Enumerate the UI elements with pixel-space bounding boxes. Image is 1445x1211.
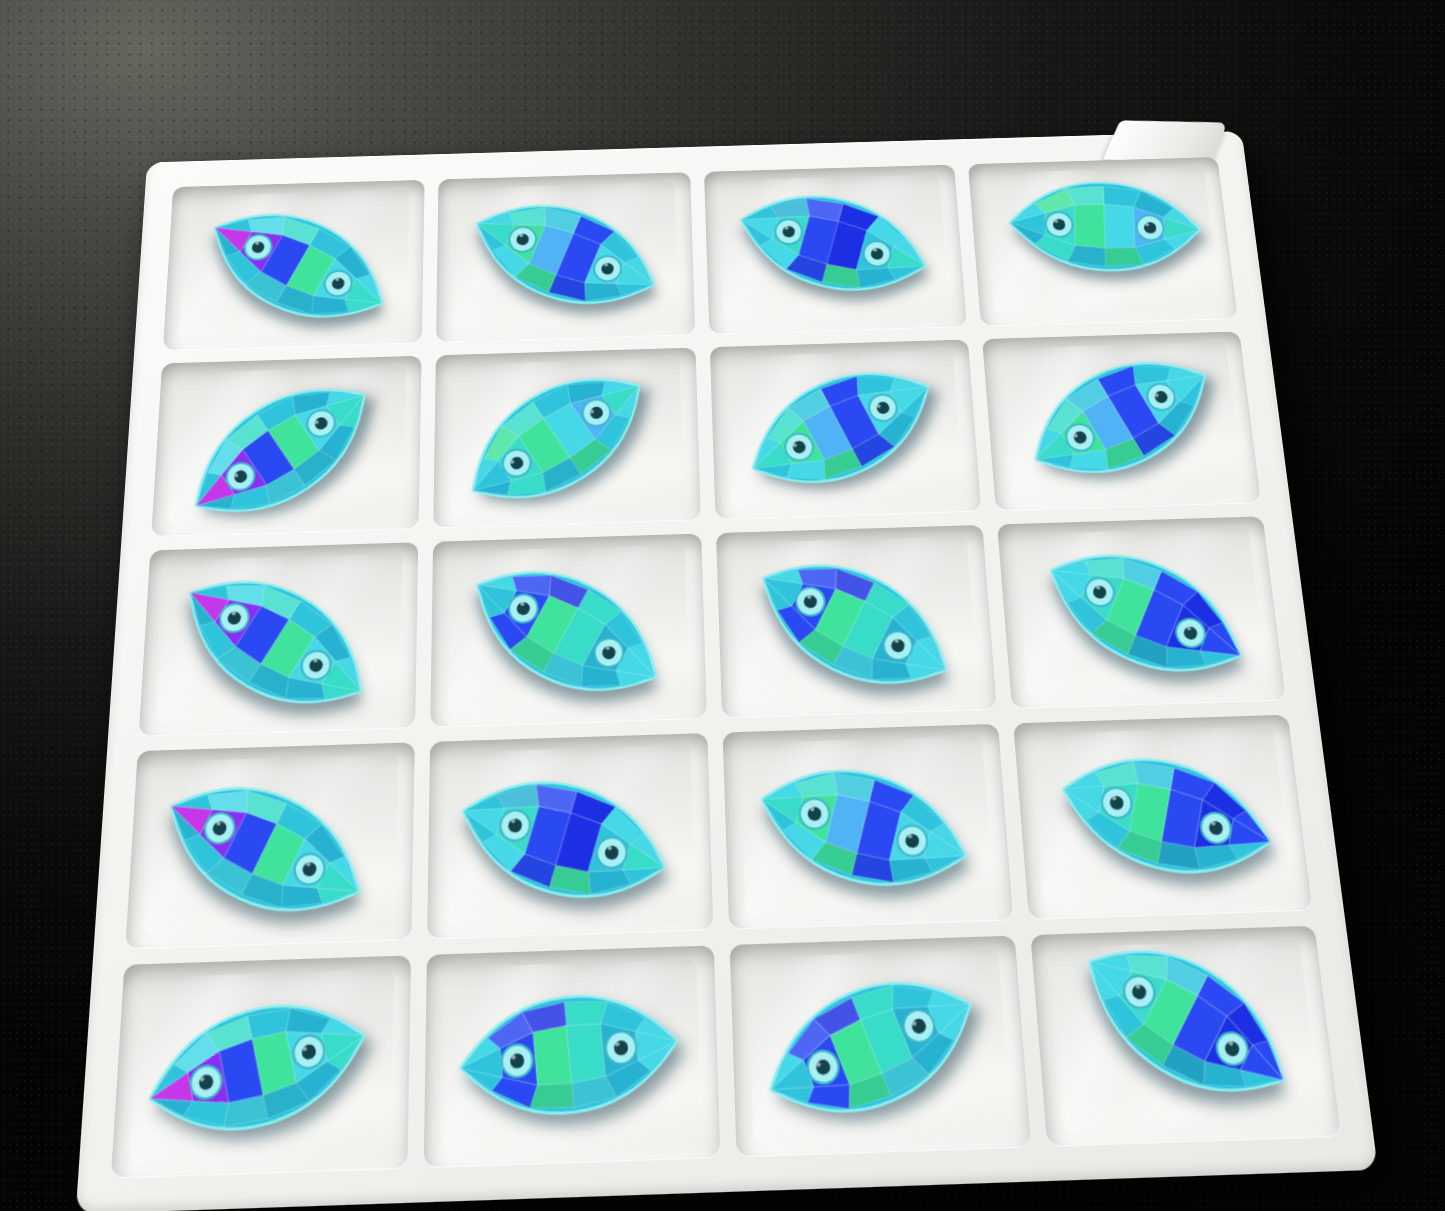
tray-compartment-r2c1 [151,355,422,536]
rhinestone-svg [441,753,684,925]
rhinestone-r4c3 [742,742,982,913]
rhinestone-r2c3 [725,340,956,517]
rhinestone-svg [1026,520,1264,707]
tray-compartment-r5c3 [729,936,1031,1156]
tray-grid [75,131,1377,1211]
tray-compartment-r3c2 [430,533,706,725]
rhinestone-svg [451,978,689,1131]
rhinestone-r1c4 [1005,175,1206,277]
tray-compartment-r1c3 [703,164,966,333]
tray-compartment-r2c4 [981,331,1260,510]
rhinestone-tray [75,131,1377,1211]
rhinestone-r1c2 [453,177,676,331]
tray-compartment-r4c2 [427,732,712,938]
tray-compartment-r4c4 [1012,714,1311,919]
rhinestone-r4c2 [441,753,684,925]
rhinestone-r3c2 [446,535,685,728]
tray-compartment-r5c4 [1030,926,1341,1145]
rhinestone-r5c1 [134,975,381,1162]
tray-compartment-r1c4 [967,157,1237,325]
rhinestone-svg [453,177,676,331]
rhinestone-r4c4 [1048,732,1284,899]
tray-compartment-r1c2 [436,172,694,341]
tray-compartment-r4c3 [722,723,1013,928]
tray-compartment-r3c3 [715,525,996,717]
rhinestone-r2c2 [441,342,672,537]
rhinestone-r5c3 [743,945,998,1150]
rhinestone-r5c4 [1058,907,1313,1137]
tray-compartment-r5c2 [424,945,720,1166]
rhinestone-r3c1 [155,543,394,742]
rhinestone-r1c3 [723,173,941,313]
tray-compartment-r2c2 [433,347,700,527]
rhinestone-svg [139,751,387,948]
rhinestone-svg [185,183,410,349]
rhinestone-svg [725,340,956,517]
rhinestone-r2c1 [164,352,396,551]
rhinestone-svg [164,352,396,551]
rhinestone-svg [155,543,394,742]
rhinestone-svg [743,945,998,1150]
tray-compartment-r3c4 [996,516,1285,707]
rhinestone-svg [734,528,973,721]
photo-scene [0,0,1445,1211]
rhinestone-svg [1005,175,1206,277]
rhinestone-r3c4 [1026,520,1264,707]
rhinestone-svg [1048,732,1284,899]
rhinestone-r2c4 [1005,329,1236,508]
rhinestone-svg [1005,329,1236,508]
tray-compartment-r5c1 [110,955,410,1177]
rhinestone-svg [134,975,381,1162]
rhinestone-r1c1 [185,183,410,349]
rhinestone-r3c3 [734,528,973,721]
tray-compartment-r1c1 [162,179,424,349]
rhinestone-svg [441,342,672,537]
rhinestone-svg [742,742,982,913]
tray-compartment-r4c1 [125,742,415,949]
rhinestone-r4c1 [139,751,387,948]
rhinestone-svg [1058,907,1313,1137]
rhinestone-svg [446,535,685,728]
tray-compartment-r3c1 [138,542,418,735]
tray-compartment-r2c3 [709,339,981,519]
rhinestone-r5c2 [451,978,689,1131]
rhinestone-svg [723,173,941,313]
